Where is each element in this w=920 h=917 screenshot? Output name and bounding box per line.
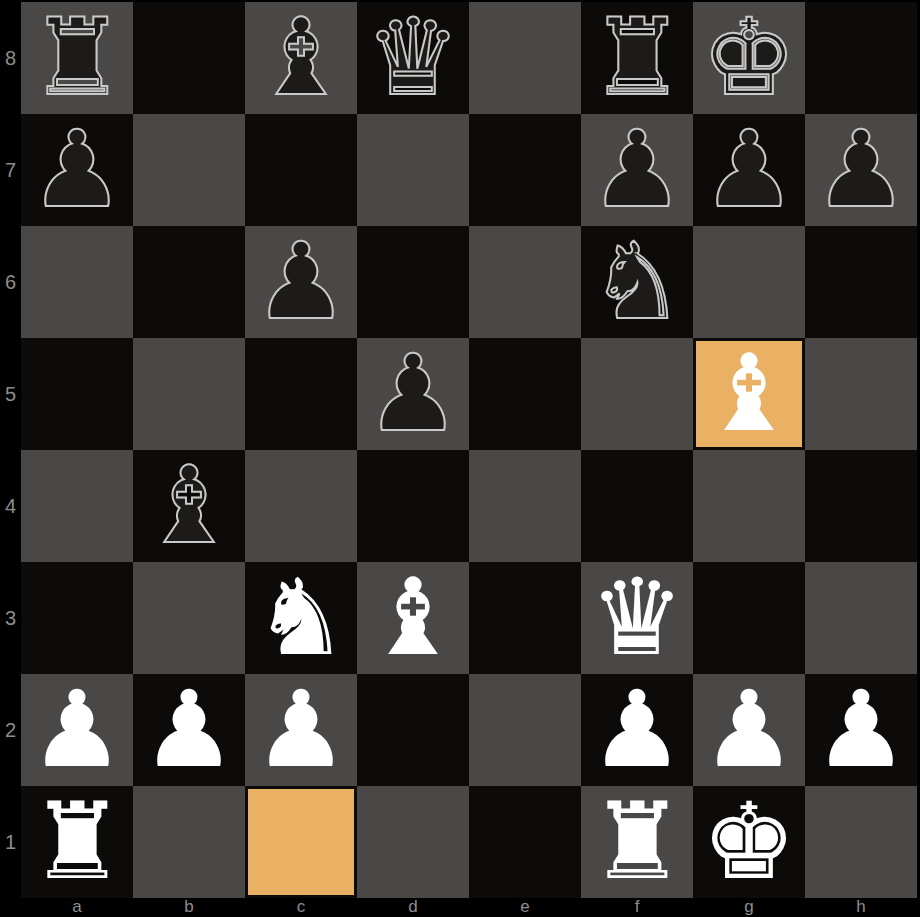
square-c3[interactable]: ♞ [245,562,357,674]
square-c6[interactable]: ♟ [245,226,357,338]
file-label-h: h [805,898,917,917]
square-d3[interactable]: ♝ [357,562,469,674]
square-h6[interactable] [805,226,917,338]
square-f6[interactable]: ♞ [581,226,693,338]
piece-black-bishop: ♝ [253,2,348,114]
piece-white-pawn: ♟ [253,674,348,786]
square-h3[interactable] [805,562,917,674]
square-g4[interactable] [693,450,805,562]
square-g5[interactable]: ♝ [693,338,805,450]
square-f4[interactable] [581,450,693,562]
square-f3[interactable]: ♛ [581,562,693,674]
piece-black-pawn: ♟ [589,114,684,226]
square-d6[interactable] [357,226,469,338]
piece-black-pawn: ♟ [29,114,124,226]
piece-white-queen: ♛ [589,562,684,674]
piece-white-king: ♚ [701,786,796,898]
square-f8[interactable]: ♜ [581,2,693,114]
file-label-g: g [693,898,805,917]
file-label-c: c [245,898,357,917]
square-g8[interactable]: ♚ [693,2,805,114]
piece-white-bishop: ♝ [701,338,796,450]
rank-label-2: 2 [0,674,21,786]
rank-label-3: 3 [0,562,21,674]
square-a2[interactable]: ♟ [21,674,133,786]
file-labels: abcdefgh [21,898,917,917]
square-g7[interactable]: ♟ [693,114,805,226]
square-d2[interactable] [357,674,469,786]
square-b3[interactable] [133,562,245,674]
piece-white-pawn: ♟ [701,674,796,786]
square-c5[interactable] [245,338,357,450]
square-d7[interactable] [357,114,469,226]
square-b2[interactable]: ♟ [133,674,245,786]
square-h8[interactable] [805,2,917,114]
board[interactable]: ♜♝♛♜♚♟♟♟♟♟♞♟♝♝♞♝♛♟♟♟♟♟♟♜♜♚ [21,2,917,898]
square-d1[interactable] [357,786,469,898]
square-a1[interactable]: ♜ [21,786,133,898]
square-c4[interactable] [245,450,357,562]
square-e6[interactable] [469,226,581,338]
piece-black-pawn: ♟ [253,226,348,338]
square-h1[interactable] [805,786,917,898]
square-e4[interactable] [469,450,581,562]
rank-label-1: 1 [0,786,21,898]
square-h4[interactable] [805,450,917,562]
rank-labels: 87654321 [0,2,21,898]
square-b4[interactable]: ♝ [133,450,245,562]
piece-white-knight: ♞ [253,562,348,674]
square-c8[interactable]: ♝ [245,2,357,114]
square-e7[interactable] [469,114,581,226]
square-d5[interactable]: ♟ [357,338,469,450]
piece-white-bishop: ♝ [365,562,460,674]
square-e2[interactable] [469,674,581,786]
square-b1[interactable] [133,786,245,898]
rank-label-8: 8 [0,2,21,114]
square-b6[interactable] [133,226,245,338]
file-label-b: b [133,898,245,917]
square-h7[interactable]: ♟ [805,114,917,226]
square-d4[interactable] [357,450,469,562]
square-f1[interactable]: ♜ [581,786,693,898]
piece-white-pawn: ♟ [589,674,684,786]
square-e1[interactable] [469,786,581,898]
piece-white-rook: ♜ [589,786,684,898]
square-h5[interactable] [805,338,917,450]
piece-black-pawn: ♟ [365,338,460,450]
square-g3[interactable] [693,562,805,674]
square-f5[interactable] [581,338,693,450]
square-a7[interactable]: ♟ [21,114,133,226]
square-d8[interactable]: ♛ [357,2,469,114]
square-h2[interactable]: ♟ [805,674,917,786]
square-c1[interactable] [245,786,357,898]
square-g1[interactable]: ♚ [693,786,805,898]
piece-black-bishop: ♝ [141,450,236,562]
piece-white-pawn: ♟ [29,674,124,786]
piece-white-pawn: ♟ [813,674,908,786]
piece-black-knight: ♞ [589,226,684,338]
piece-black-rook: ♜ [589,2,684,114]
file-label-e: e [469,898,581,917]
square-b5[interactable] [133,338,245,450]
square-f2[interactable]: ♟ [581,674,693,786]
piece-black-pawn: ♟ [813,114,908,226]
square-a6[interactable] [21,226,133,338]
square-b8[interactable] [133,2,245,114]
square-a5[interactable] [21,338,133,450]
piece-white-pawn: ♟ [141,674,236,786]
square-g2[interactable]: ♟ [693,674,805,786]
file-label-a: a [21,898,133,917]
file-label-d: d [357,898,469,917]
rank-label-6: 6 [0,226,21,338]
square-c2[interactable]: ♟ [245,674,357,786]
square-b7[interactable] [133,114,245,226]
chess-board-area: 87654321 ♜♝♛♜♚♟♟♟♟♟♞♟♝♝♞♝♛♟♟♟♟♟♟♜♜♚ abcd… [0,0,920,917]
square-a4[interactable] [21,450,133,562]
piece-black-queen: ♛ [365,2,460,114]
square-a3[interactable] [21,562,133,674]
piece-white-rook: ♜ [29,786,124,898]
square-e5[interactable] [469,338,581,450]
square-g6[interactable] [693,226,805,338]
file-label-f: f [581,898,693,917]
piece-black-pawn: ♟ [701,114,796,226]
square-c7[interactable] [245,114,357,226]
square-a8[interactable]: ♜ [21,2,133,114]
piece-black-rook: ♜ [29,2,124,114]
square-e8[interactable] [469,2,581,114]
square-f7[interactable]: ♟ [581,114,693,226]
rank-label-7: 7 [0,114,21,226]
rank-label-4: 4 [0,450,21,562]
piece-black-king: ♚ [701,2,796,114]
rank-label-5: 5 [0,338,21,450]
square-e3[interactable] [469,562,581,674]
